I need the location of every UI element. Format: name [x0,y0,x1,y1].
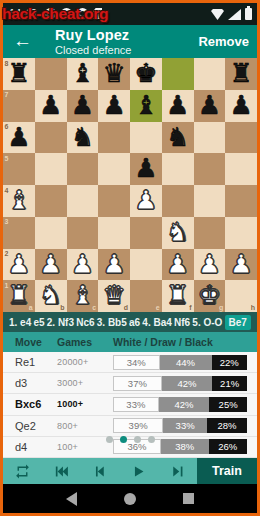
square-h1[interactable]: h [225,280,257,312]
square-a7[interactable]: 7 [3,90,35,122]
square-c7[interactable]: ♟ [67,90,99,122]
battery-icon [245,8,252,20]
square-d3[interactable] [98,217,130,249]
draw-pct: 33% [163,418,207,433]
black-queen[interactable]: ♛ [98,58,130,90]
black-knight[interactable]: ♞ [162,122,194,154]
square-a4[interactable]: 4♝ [3,185,35,217]
white-rook[interactable]: ♜ [162,280,194,312]
square-c2[interactable]: ♟ [67,249,99,281]
square-a2[interactable]: 2♟ [3,249,35,281]
white-king[interactable]: ♚ [194,280,226,312]
previous-move-button[interactable] [81,458,120,484]
black-pawn[interactable]: ♟ [225,90,257,122]
square-b8[interactable] [35,58,67,90]
black-pct: 28% [207,418,247,433]
file-label: e [156,304,160,311]
stats-header: Move Games White / Draw / Black [3,332,257,352]
pager-dot[interactable] [120,436,127,443]
square-h2[interactable]: ♟ [225,249,257,281]
square-e3[interactable] [130,217,162,249]
row-games: 100+ [57,442,109,452]
square-a3[interactable]: 3 [3,217,35,249]
square-f7[interactable]: ♟ [162,90,194,122]
white-pawn[interactable]: ♟ [162,249,194,281]
square-f6[interactable]: ♞ [162,122,194,154]
nav-home-icon[interactable] [124,493,136,505]
black-pawn[interactable]: ♟ [3,122,35,154]
square-c1[interactable]: c♝ [67,280,99,312]
app-screen: 14:43 ← Ruy Lopez Closed defence Remove … [3,3,257,513]
square-g4[interactable] [194,185,226,217]
move-token[interactable]: e5 [33,317,44,328]
square-f8[interactable] [162,58,194,90]
black-pct: 25% [209,397,247,412]
square-g7[interactable]: ♟ [194,90,226,122]
pager-dots[interactable] [3,436,257,443]
white-bishop[interactable]: ♝ [67,280,99,312]
black-king[interactable]: ♚ [130,58,162,90]
white-knight[interactable]: ♞ [35,280,67,312]
skip-to-end-icon [169,463,186,480]
stats-table: Re120000+34%44%22%d33000+37%42%21%Bxc610… [3,352,257,458]
row-move: d3 [15,377,57,389]
file-label: h [251,304,255,311]
black-pawn[interactable]: ♟ [130,153,162,185]
white-rook[interactable]: ♜ [3,280,35,312]
square-g2[interactable]: ♟ [194,249,226,281]
square-g8[interactable] [194,58,226,90]
square-g1[interactable]: g♚ [194,280,226,312]
remove-button[interactable]: Remove [198,34,249,49]
square-h8[interactable]: ♜ [225,58,257,90]
move-token[interactable]: 4. Ba4 [142,317,171,328]
square-a5[interactable]: 5 [3,153,35,185]
square-e8[interactable]: ♚ [130,58,162,90]
system-icons [211,8,252,20]
bottom-toolbar: Train [3,458,257,484]
black-bishop[interactable]: ♝ [67,58,99,90]
pager-dot[interactable] [134,436,141,443]
move-token[interactable]: 1. e4 [9,317,31,328]
square-e5[interactable]: ♟ [130,153,162,185]
square-b5[interactable] [35,153,67,185]
black-pct: 21% [212,376,247,391]
play-button[interactable] [119,458,158,484]
square-h5[interactable] [225,153,257,185]
square-d7[interactable]: ♟ [98,90,130,122]
stats-row-Re1[interactable]: Re120000+34%44%22% [3,352,257,373]
square-c5[interactable] [67,153,99,185]
square-e4[interactable]: ♟ [130,185,162,217]
black-bishop[interactable]: ♝ [130,90,162,122]
white-pawn[interactable]: ♟ [3,249,35,281]
wdb-bar: 39%33%28% [113,418,247,433]
square-b2[interactable]: ♟ [35,249,67,281]
row-games: 3000+ [57,378,109,388]
square-g6[interactable] [194,122,226,154]
square-a1[interactable]: 1a♜ [3,280,35,312]
titles: Ruy Lopez Closed defence [55,27,131,56]
page-title: Ruy Lopez [55,27,131,43]
black-rook[interactable]: ♜ [225,58,257,90]
flip-icon [14,463,31,480]
white-pct: 34% [113,355,160,370]
black-pawn[interactable]: ♟ [98,90,130,122]
pager-dot[interactable] [106,436,113,443]
white-pawn[interactable]: ♟ [98,249,130,281]
black-rook[interactable]: ♜ [3,58,35,90]
current-move[interactable]: Be7 [225,315,251,330]
square-c3[interactable] [67,217,99,249]
square-b7[interactable]: ♟ [35,90,67,122]
move-token[interactable]: 2. Nf3 [47,317,74,328]
nav-recents-icon[interactable] [183,493,194,504]
square-e7[interactable]: ♝ [130,90,162,122]
stats-row-d3[interactable]: d33000+37%42%21% [3,373,257,394]
square-h7[interactable]: ♟ [225,90,257,122]
white-pawn[interactable]: ♟ [130,185,162,217]
black-pawn[interactable]: ♟ [67,90,99,122]
square-d5[interactable] [98,153,130,185]
black-pawn[interactable]: ♟ [35,90,67,122]
black-pawn[interactable]: ♟ [162,90,194,122]
white-pct: 39% [113,418,163,433]
square-c4[interactable] [67,185,99,217]
white-bishop[interactable]: ♝ [3,185,35,217]
square-b3[interactable] [35,217,67,249]
draw-pct: 44% [160,355,212,370]
square-f1[interactable]: f♜ [162,280,194,312]
square-a6[interactable]: 6♟ [3,122,35,154]
black-pawn[interactable]: ♟ [194,90,226,122]
square-c6[interactable]: ♞ [67,122,99,154]
row-games: 20000+ [57,357,109,367]
square-b4[interactable] [35,185,67,217]
app-bar: ← Ruy Lopez Closed defence Remove [3,25,257,58]
square-e6[interactable] [130,122,162,154]
white-queen[interactable]: ♛ [98,280,130,312]
header-games: Games [57,336,109,348]
white-knight[interactable]: ♞ [162,217,194,249]
white-pawn[interactable]: ♟ [225,249,257,281]
flip-board-button[interactable] [3,458,42,484]
move-token[interactable]: 5. O-O [192,317,222,328]
move-token[interactable]: Nf6 [174,317,190,328]
square-c8[interactable]: ♝ [67,58,99,90]
row-games: 1000+ [57,399,109,409]
square-h6[interactable] [225,122,257,154]
skip-to-start-icon [53,463,70,480]
row-move: Re1 [15,356,57,368]
skip-to-start-button[interactable] [42,458,81,484]
square-f4[interactable] [162,185,194,217]
play-icon [130,463,147,480]
rank-label: 5 [5,155,9,162]
square-b1[interactable]: b♞ [35,280,67,312]
skip-to-end-button[interactable] [158,458,197,484]
draw-pct: 42% [159,397,210,412]
square-f5[interactable] [162,153,194,185]
page-subtitle: Closed defence [55,44,131,56]
nav-back-icon[interactable] [66,492,77,506]
square-g5[interactable] [194,153,226,185]
draw-pct: 42% [162,376,213,391]
white-pct: 37% [113,376,162,391]
header-move: Move [15,336,57,348]
white-pawn[interactable]: ♟ [194,249,226,281]
move-token[interactable]: 3. Bb5 [97,317,127,328]
square-e2[interactable] [130,249,162,281]
square-d1[interactable]: d♛ [98,280,130,312]
move-token[interactable]: Nc6 [76,317,94,328]
square-h3[interactable] [225,217,257,249]
train-button[interactable]: Train [197,458,257,484]
rank-label: 3 [5,218,9,225]
black-knight[interactable]: ♞ [67,122,99,154]
pager-dot[interactable] [148,436,155,443]
row-games: 800+ [57,421,109,431]
white-pawn[interactable]: ♟ [67,249,99,281]
wdb-bar: 37%42%21% [113,376,247,391]
square-h4[interactable] [225,185,257,217]
square-b6[interactable] [35,122,67,154]
white-pct: 33% [113,397,159,412]
square-d8[interactable]: ♛ [98,58,130,90]
stats-row-Bxc6[interactable]: Bxc61000+33%42%25% [3,394,257,415]
row-move: Bxc6 [15,398,57,410]
header-wdb: White / Draw / Black [113,336,213,348]
move-list: 1. e4e52. Nf3Nc63. Bb5a64. Ba4Nf65. O-OB… [3,312,257,332]
square-d2[interactable]: ♟ [98,249,130,281]
wdb-bar: 33%42%25% [113,397,247,412]
square-f2[interactable]: ♟ [162,249,194,281]
move-token[interactable]: a6 [129,317,140,328]
watermark: hack-cheat.org [2,5,108,23]
wdb-bar: 34%44%22% [113,355,247,370]
stats-row-Qe2[interactable]: Qe2800+39%33%28% [3,416,257,437]
rank-label: 7 [5,91,9,98]
row-move: Qe2 [15,420,57,432]
white-pawn[interactable]: ♟ [35,249,67,281]
square-f3[interactable]: ♞ [162,217,194,249]
board: 8♜♝♛♚♜7♟♟♟♝♟♟♟6♟♞♞5♟4♝♟3♞2♟♟♟♟♟♟♟1a♜b♞c♝… [3,58,257,312]
android-nav-bar [3,484,257,513]
back-arrow-icon[interactable]: ← [13,30,32,52]
square-d4[interactable] [98,185,130,217]
square-g3[interactable] [194,217,226,249]
wifi-icon [211,9,224,20]
signal-icon [228,9,241,20]
square-d6[interactable] [98,122,130,154]
square-a8[interactable]: 8♜ [3,58,35,90]
square-e1[interactable]: e [130,280,162,312]
black-pct: 22% [212,355,248,370]
previous-icon [91,463,108,480]
